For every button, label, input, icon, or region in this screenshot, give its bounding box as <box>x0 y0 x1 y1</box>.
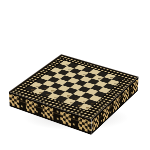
product-photo: ♜♞♝♛♚♝♞♜♟♟♟♟♟♟♟♟♟♟♟♟♟♟♟♟♜♞♝♛♚♝♞♜ <box>0 0 150 150</box>
